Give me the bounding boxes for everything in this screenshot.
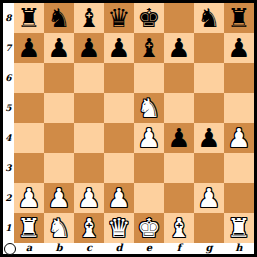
square-f1[interactable]: ♝: [164, 213, 194, 243]
square-c2[interactable]: ♟: [74, 183, 104, 213]
file-label-a: a: [14, 243, 44, 254]
turn-indicator-box: [3, 242, 16, 255]
square-g4[interactable]: ♟: [194, 123, 224, 153]
square-g1[interactable]: [194, 213, 224, 243]
square-g2[interactable]: ♟: [194, 183, 224, 213]
white-pawn[interactable]: ♟: [17, 183, 40, 213]
square-e6[interactable]: [134, 63, 164, 93]
square-b8[interactable]: ♞: [44, 3, 74, 33]
square-f6[interactable]: [164, 63, 194, 93]
square-a3[interactable]: [14, 153, 44, 183]
square-d4[interactable]: [104, 123, 134, 153]
black-pawn[interactable]: ♟: [197, 123, 220, 153]
square-f7[interactable]: ♟: [164, 33, 194, 63]
square-e4[interactable]: ♟: [134, 123, 164, 153]
square-a7[interactable]: ♟: [14, 33, 44, 63]
black-king[interactable]: ♚: [137, 3, 160, 33]
white-knight[interactable]: ♞: [137, 93, 160, 123]
square-e3[interactable]: [134, 153, 164, 183]
rank-label-6: 6: [3, 63, 14, 93]
square-b2[interactable]: ♟: [44, 183, 74, 213]
square-d5[interactable]: [104, 93, 134, 123]
square-c5[interactable]: [74, 93, 104, 123]
white-pawn[interactable]: ♟: [77, 183, 100, 213]
black-rook[interactable]: ♜: [227, 3, 250, 33]
square-e1[interactable]: ♚: [134, 213, 164, 243]
black-pawn[interactable]: ♟: [77, 33, 100, 63]
rank-label-7: 7: [3, 33, 14, 63]
square-h2[interactable]: [224, 183, 254, 213]
white-king[interactable]: ♚: [137, 213, 160, 243]
rank-label-8: 8: [3, 3, 14, 33]
white-pawn[interactable]: ♟: [107, 183, 130, 213]
board: ♜♞♝♛♚♞♜♟♟♟♟♝♟♟♞♟♟♟♟♟♟♟♟♟♜♞♝♛♚♝♜: [14, 3, 254, 243]
square-b1[interactable]: ♞: [44, 213, 74, 243]
square-a2[interactable]: ♟: [14, 183, 44, 213]
square-b3[interactable]: [44, 153, 74, 183]
square-d7[interactable]: ♟: [104, 33, 134, 63]
black-pawn[interactable]: ♟: [47, 33, 70, 63]
white-pawn[interactable]: ♟: [227, 123, 250, 153]
square-c1[interactable]: ♝: [74, 213, 104, 243]
file-label-f: f: [164, 243, 194, 254]
square-b7[interactable]: ♟: [44, 33, 74, 63]
square-g5[interactable]: [194, 93, 224, 123]
square-c3[interactable]: [74, 153, 104, 183]
square-f8[interactable]: [164, 3, 194, 33]
white-queen[interactable]: ♛: [107, 213, 130, 243]
square-d1[interactable]: ♛: [104, 213, 134, 243]
white-to-move-indicator: [4, 243, 16, 255]
square-g8[interactable]: ♞: [194, 3, 224, 33]
square-h3[interactable]: [224, 153, 254, 183]
white-rook[interactable]: ♜: [17, 213, 40, 243]
square-e7[interactable]: ♝: [134, 33, 164, 63]
black-pawn[interactable]: ♟: [167, 123, 190, 153]
square-c8[interactable]: ♝: [74, 3, 104, 33]
black-pawn[interactable]: ♟: [167, 33, 190, 63]
black-pawn[interactable]: ♟: [107, 33, 130, 63]
black-queen[interactable]: ♛: [107, 3, 130, 33]
file-label-b: b: [44, 243, 74, 254]
file-labels: abcdefgh: [14, 243, 254, 254]
square-e5[interactable]: ♞: [134, 93, 164, 123]
square-f2[interactable]: [164, 183, 194, 213]
white-pawn[interactable]: ♟: [197, 183, 220, 213]
square-g6[interactable]: [194, 63, 224, 93]
black-rook[interactable]: ♜: [17, 3, 40, 33]
square-e8[interactable]: ♚: [134, 3, 164, 33]
square-g7[interactable]: [194, 33, 224, 63]
white-rook[interactable]: ♜: [227, 213, 250, 243]
square-a4[interactable]: [14, 123, 44, 153]
file-label-g: g: [194, 243, 224, 254]
white-pawn[interactable]: ♟: [47, 183, 70, 213]
chess-board-frame: 87654321 ♜♞♝♛♚♞♜♟♟♟♟♝♟♟♞♟♟♟♟♟♟♟♟♟♜♞♝♛♚♝♜…: [0, 0, 257, 257]
square-a1[interactable]: ♜: [14, 213, 44, 243]
black-pawn[interactable]: ♟: [227, 33, 250, 63]
square-g3[interactable]: [194, 153, 224, 183]
file-label-d: d: [104, 243, 134, 254]
white-bishop[interactable]: ♝: [167, 213, 190, 243]
rank-label-4: 4: [3, 123, 14, 153]
square-d8[interactable]: ♛: [104, 3, 134, 33]
square-e2[interactable]: [134, 183, 164, 213]
square-c6[interactable]: [74, 63, 104, 93]
square-b5[interactable]: [44, 93, 74, 123]
square-a6[interactable]: [14, 63, 44, 93]
square-b6[interactable]: [44, 63, 74, 93]
square-h7[interactable]: ♟: [224, 33, 254, 63]
square-h5[interactable]: [224, 93, 254, 123]
square-c7[interactable]: ♟: [74, 33, 104, 63]
square-h6[interactable]: [224, 63, 254, 93]
file-label-e: e: [134, 243, 164, 254]
square-a8[interactable]: ♜: [14, 3, 44, 33]
white-knight[interactable]: ♞: [47, 213, 70, 243]
black-bishop[interactable]: ♝: [77, 3, 100, 33]
rank-label-1: 1: [3, 213, 14, 243]
square-f4[interactable]: ♟: [164, 123, 194, 153]
black-knight[interactable]: ♞: [197, 3, 220, 33]
square-h8[interactable]: ♜: [224, 3, 254, 33]
white-pawn[interactable]: ♟: [137, 123, 160, 153]
white-bishop[interactable]: ♝: [77, 213, 100, 243]
square-h1[interactable]: ♜: [224, 213, 254, 243]
square-a5[interactable]: [14, 93, 44, 123]
square-c4[interactable]: [74, 123, 104, 153]
black-knight[interactable]: ♞: [47, 3, 70, 33]
square-f3[interactable]: [164, 153, 194, 183]
rank-label-3: 3: [3, 153, 14, 183]
black-pawn[interactable]: ♟: [17, 33, 40, 63]
square-d2[interactable]: ♟: [104, 183, 134, 213]
black-bishop[interactable]: ♝: [137, 33, 160, 63]
rank-label-2: 2: [3, 183, 14, 213]
rank-label-5: 5: [3, 93, 14, 123]
square-d3[interactable]: [104, 153, 134, 183]
file-label-c: c: [74, 243, 104, 254]
square-d6[interactable]: [104, 63, 134, 93]
file-label-h: h: [224, 243, 254, 254]
square-b4[interactable]: [44, 123, 74, 153]
square-h4[interactable]: ♟: [224, 123, 254, 153]
rank-labels: 87654321: [3, 3, 14, 243]
square-f5[interactable]: [164, 93, 194, 123]
